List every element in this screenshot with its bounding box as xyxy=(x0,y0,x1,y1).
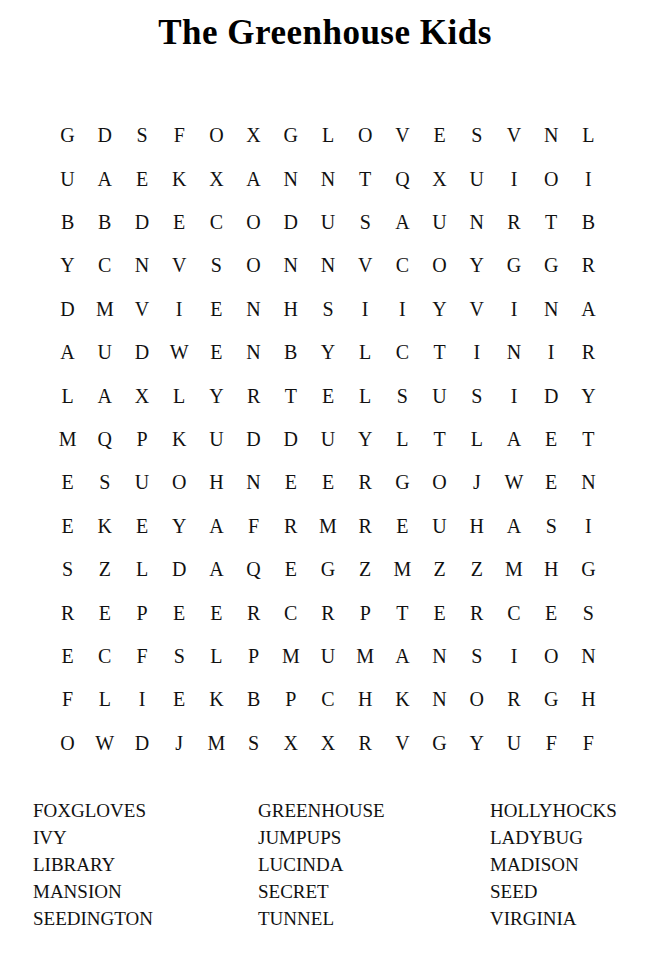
grid-cell-r8c12: L xyxy=(458,418,495,461)
word-list-column-3: HOLLYHOCKSLADYBUGMADISONSEEDVIRGINIA xyxy=(490,797,617,932)
grid-cell-r10c5: A xyxy=(198,505,235,548)
grid-cell-r3c14: T xyxy=(533,201,570,244)
word-item: SEEDINGTON xyxy=(33,905,153,932)
grid-cell-r3c2: B xyxy=(86,201,123,244)
grid-cell-r4c5: S xyxy=(198,244,235,287)
grid-cell-r1c6: X xyxy=(235,114,272,157)
grid-cell-r3c15: B xyxy=(570,201,607,244)
grid-cell-r11c2: Z xyxy=(86,548,123,591)
grid-cell-r2c9: T xyxy=(347,157,384,200)
grid-cell-r2c13: I xyxy=(495,157,532,200)
grid-cell-r2c3: E xyxy=(123,157,160,200)
word-item: MANSION xyxy=(33,878,153,905)
grid-cell-r7c2: A xyxy=(86,374,123,417)
grid-cell-r4c4: V xyxy=(161,244,198,287)
grid-cell-r6c2: U xyxy=(86,331,123,374)
grid-cell-r15c8: X xyxy=(309,722,346,765)
grid-cell-r15c10: V xyxy=(384,722,421,765)
grid-cell-r7c11: U xyxy=(421,374,458,417)
grid-cell-r4c9: V xyxy=(347,244,384,287)
grid-cell-r2c14: O xyxy=(533,157,570,200)
grid-cell-r10c12: H xyxy=(458,505,495,548)
grid-cell-r1c3: S xyxy=(123,114,160,157)
grid-cell-r8c1: M xyxy=(49,418,86,461)
grid-cell-r14c7: P xyxy=(272,678,309,721)
grid-cell-r10c3: E xyxy=(123,505,160,548)
grid-cell-r2c7: N xyxy=(272,157,309,200)
grid-cell-r12c15: S xyxy=(570,591,607,634)
grid-cell-r8c9: Y xyxy=(347,418,384,461)
grid-cell-r11c10: M xyxy=(384,548,421,591)
grid-cell-r11c3: L xyxy=(123,548,160,591)
grid-cell-r3c7: D xyxy=(272,201,309,244)
grid-cell-r9c11: O xyxy=(421,461,458,504)
grid-cell-r14c15: H xyxy=(570,678,607,721)
grid-cell-r1c2: D xyxy=(86,114,123,157)
grid-cell-r14c8: C xyxy=(309,678,346,721)
grid-cell-r13c5: L xyxy=(198,635,235,678)
grid-cell-r3c9: S xyxy=(347,201,384,244)
grid-cell-r15c5: M xyxy=(198,722,235,765)
grid-cell-r10c10: E xyxy=(384,505,421,548)
grid-cell-r5c1: D xyxy=(49,288,86,331)
grid-cell-r14c13: R xyxy=(495,678,532,721)
grid-cell-r9c14: E xyxy=(533,461,570,504)
grid-cell-r12c10: T xyxy=(384,591,421,634)
grid-cell-r15c6: S xyxy=(235,722,272,765)
word-item: VIRGINIA xyxy=(490,905,617,932)
grid-cell-r5c12: V xyxy=(458,288,495,331)
grid-cell-r10c2: K xyxy=(86,505,123,548)
grid-cell-r9c7: E xyxy=(272,461,309,504)
grid-cell-r5c10: I xyxy=(384,288,421,331)
grid-cell-r8c13: A xyxy=(495,418,532,461)
grid-cell-r10c4: Y xyxy=(161,505,198,548)
grid-cell-r5c9: I xyxy=(347,288,384,331)
grid-cell-r4c11: O xyxy=(421,244,458,287)
grid-cell-r3c4: E xyxy=(161,201,198,244)
grid-cell-r14c5: K xyxy=(198,678,235,721)
grid-cell-r5c11: Y xyxy=(421,288,458,331)
grid-cell-r5c3: V xyxy=(123,288,160,331)
grid-cell-r8c8: U xyxy=(309,418,346,461)
grid-cell-r6c14: I xyxy=(533,331,570,374)
grid-cell-r5c7: H xyxy=(272,288,309,331)
grid-cell-r5c8: S xyxy=(309,288,346,331)
grid-cell-r1c7: G xyxy=(272,114,309,157)
word-list-column-2: GREENHOUSEJUMPUPSLUCINDASECRETTUNNEL xyxy=(258,797,385,932)
grid-cell-r9c9: R xyxy=(347,461,384,504)
grid-cell-r1c10: V xyxy=(384,114,421,157)
grid-cell-r11c8: G xyxy=(309,548,346,591)
grid-cell-r15c14: F xyxy=(533,722,570,765)
grid-cell-r10c6: F xyxy=(235,505,272,548)
grid-cell-r6c4: W xyxy=(161,331,198,374)
grid-cell-r11c1: S xyxy=(49,548,86,591)
grid-cell-r4c10: C xyxy=(384,244,421,287)
grid-cell-r13c3: F xyxy=(123,635,160,678)
grid-cell-r8c6: D xyxy=(235,418,272,461)
grid-cell-r14c9: H xyxy=(347,678,384,721)
grid-cell-r13c6: P xyxy=(235,635,272,678)
grid-cell-r1c15: L xyxy=(570,114,607,157)
grid-cell-r14c3: I xyxy=(123,678,160,721)
grid-cell-r6c3: D xyxy=(123,331,160,374)
grid-cell-r6c1: A xyxy=(49,331,86,374)
word-item: LIBRARY xyxy=(33,851,153,878)
grid-cell-r7c13: I xyxy=(495,374,532,417)
grid-cell-r9c5: H xyxy=(198,461,235,504)
grid-cell-r6c6: N xyxy=(235,331,272,374)
grid-cell-r4c15: R xyxy=(570,244,607,287)
grid-cell-r7c10: S xyxy=(384,374,421,417)
grid-cell-r11c9: Z xyxy=(347,548,384,591)
grid-cell-r14c1: F xyxy=(49,678,86,721)
grid-cell-r6c7: B xyxy=(272,331,309,374)
grid-cell-r11c13: M xyxy=(495,548,532,591)
grid-cell-r4c6: O xyxy=(235,244,272,287)
grid-cell-r12c3: P xyxy=(123,591,160,634)
grid-cell-r6c10: C xyxy=(384,331,421,374)
grid-cell-r9c15: N xyxy=(570,461,607,504)
grid-cell-r14c4: E xyxy=(161,678,198,721)
grid-cell-r15c15: F xyxy=(570,722,607,765)
grid-cell-r1c4: F xyxy=(161,114,198,157)
grid-cell-r1c13: V xyxy=(495,114,532,157)
grid-cell-r10c8: M xyxy=(309,505,346,548)
grid-cell-r7c4: L xyxy=(161,374,198,417)
grid-cell-r14c6: B xyxy=(235,678,272,721)
grid-cell-r12c9: P xyxy=(347,591,384,634)
grid-cell-r13c2: C xyxy=(86,635,123,678)
grid-cell-r2c8: N xyxy=(309,157,346,200)
grid-cell-r15c9: R xyxy=(347,722,384,765)
grid-cell-r14c2: L xyxy=(86,678,123,721)
grid-cell-r12c11: E xyxy=(421,591,458,634)
grid-cell-r5c5: E xyxy=(198,288,235,331)
grid-cell-r10c11: U xyxy=(421,505,458,548)
grid-cell-r7c9: L xyxy=(347,374,384,417)
grid-cell-r4c13: G xyxy=(495,244,532,287)
grid-cell-r8c14: E xyxy=(533,418,570,461)
grid-cell-r2c5: X xyxy=(198,157,235,200)
grid-cell-r2c2: A xyxy=(86,157,123,200)
grid-cell-r9c1: E xyxy=(49,461,86,504)
word-list-column-1: FOXGLOVESIVYLIBRARYMANSIONSEEDINGTON xyxy=(33,797,153,932)
grid-cell-r15c7: X xyxy=(272,722,309,765)
grid-cell-r4c2: C xyxy=(86,244,123,287)
grid-cell-r7c6: R xyxy=(235,374,272,417)
word-item: FOXGLOVES xyxy=(33,797,153,824)
grid-cell-r13c9: M xyxy=(347,635,384,678)
grid-cell-r12c14: E xyxy=(533,591,570,634)
grid-cell-r6c9: L xyxy=(347,331,384,374)
grid-cell-r5c4: I xyxy=(161,288,198,331)
grid-cell-r11c11: Z xyxy=(421,548,458,591)
grid-cell-r5c15: A xyxy=(570,288,607,331)
grid-cell-r2c12: U xyxy=(458,157,495,200)
grid-cell-r14c11: N xyxy=(421,678,458,721)
grid-cell-r15c4: J xyxy=(161,722,198,765)
grid-cell-r6c8: Y xyxy=(309,331,346,374)
grid-cell-r15c3: D xyxy=(123,722,160,765)
grid-cell-r1c11: E xyxy=(421,114,458,157)
grid-cell-r14c12: O xyxy=(458,678,495,721)
grid-cell-r10c7: R xyxy=(272,505,309,548)
grid-cell-r12c6: R xyxy=(235,591,272,634)
grid-cell-r3c6: O xyxy=(235,201,272,244)
worksheet-page: The Greenhouse Kids GDSFOXGLOVESVNLUAEKX… xyxy=(0,0,650,957)
grid-cell-r3c8: U xyxy=(309,201,346,244)
grid-cell-r9c10: G xyxy=(384,461,421,504)
grid-cell-r13c1: E xyxy=(49,635,86,678)
grid-cell-r8c10: L xyxy=(384,418,421,461)
grid-cell-r5c2: M xyxy=(86,288,123,331)
grid-cell-r13c4: S xyxy=(161,635,198,678)
grid-cell-r4c14: G xyxy=(533,244,570,287)
word-item: SECRET xyxy=(258,878,385,905)
grid-cell-r4c3: N xyxy=(123,244,160,287)
grid-cell-r15c11: G xyxy=(421,722,458,765)
grid-cell-r10c1: E xyxy=(49,505,86,548)
grid-cell-r10c15: I xyxy=(570,505,607,548)
grid-cell-r2c10: Q xyxy=(384,157,421,200)
grid-cell-r9c8: E xyxy=(309,461,346,504)
grid-cell-r12c8: R xyxy=(309,591,346,634)
grid-cell-r8c11: T xyxy=(421,418,458,461)
grid-cell-r10c14: S xyxy=(533,505,570,548)
grid-cell-r11c7: E xyxy=(272,548,309,591)
grid-cell-r4c12: Y xyxy=(458,244,495,287)
puzzle-title: The Greenhouse Kids xyxy=(0,13,650,53)
grid-cell-r13c10: A xyxy=(384,635,421,678)
grid-cell-r13c13: I xyxy=(495,635,532,678)
grid-cell-r1c9: O xyxy=(347,114,384,157)
grid-cell-r9c2: S xyxy=(86,461,123,504)
grid-cell-r9c12: J xyxy=(458,461,495,504)
grid-cell-r1c12: S xyxy=(458,114,495,157)
grid-cell-r9c13: W xyxy=(495,461,532,504)
grid-cell-r12c2: E xyxy=(86,591,123,634)
grid-cell-r11c4: D xyxy=(161,548,198,591)
grid-cell-r7c1: L xyxy=(49,374,86,417)
grid-cell-r1c8: L xyxy=(309,114,346,157)
grid-cell-r6c12: I xyxy=(458,331,495,374)
grid-cell-r7c5: Y xyxy=(198,374,235,417)
word-item: HOLLYHOCKS xyxy=(490,797,617,824)
grid-cell-r12c12: R xyxy=(458,591,495,634)
grid-cell-r11c5: A xyxy=(198,548,235,591)
grid-cell-r3c10: A xyxy=(384,201,421,244)
grid-cell-r4c7: N xyxy=(272,244,309,287)
grid-cell-r12c13: C xyxy=(495,591,532,634)
grid-cell-r13c8: U xyxy=(309,635,346,678)
grid-cell-r3c3: D xyxy=(123,201,160,244)
grid-cell-r6c13: N xyxy=(495,331,532,374)
word-search-grid: GDSFOXGLOVESVNLUAEKXANNTQXUIOIBBDECODUSA… xyxy=(49,114,607,765)
grid-cell-r4c8: N xyxy=(309,244,346,287)
grid-cell-r15c1: O xyxy=(49,722,86,765)
grid-cell-r6c11: T xyxy=(421,331,458,374)
word-item: MADISON xyxy=(490,851,617,878)
grid-cell-r15c12: Y xyxy=(458,722,495,765)
grid-cell-r11c12: Z xyxy=(458,548,495,591)
grid-cell-r13c14: O xyxy=(533,635,570,678)
grid-cell-r10c13: A xyxy=(495,505,532,548)
grid-cell-r15c2: W xyxy=(86,722,123,765)
grid-cell-r9c4: O xyxy=(161,461,198,504)
grid-cell-r7c7: T xyxy=(272,374,309,417)
grid-cell-r11c15: G xyxy=(570,548,607,591)
grid-cell-r3c5: C xyxy=(198,201,235,244)
grid-cell-r8c5: U xyxy=(198,418,235,461)
grid-cell-r6c15: R xyxy=(570,331,607,374)
word-item: IVY xyxy=(33,824,153,851)
grid-cell-r7c15: Y xyxy=(570,374,607,417)
grid-cell-r14c10: K xyxy=(384,678,421,721)
grid-cell-r8c15: T xyxy=(570,418,607,461)
grid-cell-r3c12: N xyxy=(458,201,495,244)
grid-cell-r1c14: N xyxy=(533,114,570,157)
grid-cell-r3c13: R xyxy=(495,201,532,244)
grid-cell-r3c11: U xyxy=(421,201,458,244)
grid-cell-r8c3: P xyxy=(123,418,160,461)
word-item: SEED xyxy=(490,878,617,905)
word-item: LADYBUG xyxy=(490,824,617,851)
grid-cell-r10c9: R xyxy=(347,505,384,548)
grid-cell-r2c4: K xyxy=(161,157,198,200)
grid-cell-r7c8: E xyxy=(309,374,346,417)
grid-cell-r2c1: U xyxy=(49,157,86,200)
grid-cell-r9c6: N xyxy=(235,461,272,504)
grid-cell-r9c3: U xyxy=(123,461,160,504)
grid-cell-r2c11: X xyxy=(421,157,458,200)
grid-cell-r6c5: E xyxy=(198,331,235,374)
grid-cell-r2c15: I xyxy=(570,157,607,200)
grid-cell-r11c6: Q xyxy=(235,548,272,591)
grid-cell-r3c1: B xyxy=(49,201,86,244)
grid-cell-r11c14: H xyxy=(533,548,570,591)
grid-cell-r8c4: K xyxy=(161,418,198,461)
grid-cell-r5c14: N xyxy=(533,288,570,331)
grid-cell-r12c7: C xyxy=(272,591,309,634)
grid-cell-r14c14: G xyxy=(533,678,570,721)
grid-cell-r12c5: E xyxy=(198,591,235,634)
word-item: TUNNEL xyxy=(258,905,385,932)
grid-cell-r8c2: Q xyxy=(86,418,123,461)
grid-cell-r12c1: R xyxy=(49,591,86,634)
grid-cell-r2c6: A xyxy=(235,157,272,200)
grid-cell-r8c7: D xyxy=(272,418,309,461)
grid-cell-r7c3: X xyxy=(123,374,160,417)
grid-cell-r13c7: M xyxy=(272,635,309,678)
word-item: LUCINDA xyxy=(258,851,385,878)
word-item: GREENHOUSE xyxy=(258,797,385,824)
word-item: JUMPUPS xyxy=(258,824,385,851)
grid-cell-r13c11: N xyxy=(421,635,458,678)
grid-cell-r4c1: Y xyxy=(49,244,86,287)
grid-cell-r7c14: D xyxy=(533,374,570,417)
grid-cell-r5c13: I xyxy=(495,288,532,331)
grid-cell-r1c1: G xyxy=(49,114,86,157)
grid-cell-r12c4: E xyxy=(161,591,198,634)
grid-cell-r7c12: S xyxy=(458,374,495,417)
grid-cell-r5c6: N xyxy=(235,288,272,331)
grid-cell-r13c15: N xyxy=(570,635,607,678)
grid-cell-r15c13: U xyxy=(495,722,532,765)
grid-cell-r13c12: S xyxy=(458,635,495,678)
grid-cell-r1c5: O xyxy=(198,114,235,157)
